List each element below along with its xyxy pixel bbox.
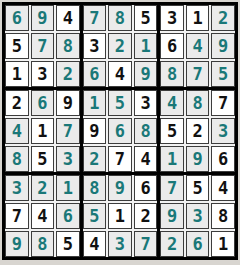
- sudoku-cell-r5c1[interactable]: 4: [5, 118, 29, 144]
- sudoku-cell-r9c6[interactable]: 7: [134, 231, 158, 257]
- sudoku-cell-r3c7[interactable]: 8: [160, 61, 184, 87]
- sudoku-cell-r3c9[interactable]: 5: [211, 61, 235, 87]
- sudoku-cell-r4c8[interactable]: 8: [186, 90, 210, 116]
- sudoku-cell-r9c8[interactable]: 6: [186, 231, 210, 257]
- sudoku-cell-r3c8[interactable]: 7: [186, 61, 210, 87]
- sudoku-box-3: 312649875: [160, 5, 235, 87]
- sudoku-cell-r6c7[interactable]: 1: [160, 146, 184, 172]
- sudoku-cell-r6c3[interactable]: 3: [56, 146, 80, 172]
- sudoku-cell-r7c1[interactable]: 3: [5, 175, 29, 201]
- sudoku-cell-r3c1[interactable]: 1: [5, 61, 29, 87]
- sudoku-cell-r4c5[interactable]: 5: [108, 90, 132, 116]
- sudoku-cell-r9c9[interactable]: 1: [211, 231, 235, 257]
- sudoku-cell-r7c9[interactable]: 4: [211, 175, 235, 201]
- sudoku-cell-r1c6[interactable]: 5: [134, 5, 158, 31]
- sudoku-cell-r5c8[interactable]: 2: [186, 118, 210, 144]
- sudoku-box-1: 694578132: [5, 5, 80, 87]
- sudoku-box-7: 321746985: [5, 175, 80, 257]
- sudoku-cell-r8c1[interactable]: 7: [5, 203, 29, 229]
- sudoku-cell-r7c5[interactable]: 9: [108, 175, 132, 201]
- sudoku-cell-r8c8[interactable]: 3: [186, 203, 210, 229]
- sudoku-cell-r9c5[interactable]: 3: [108, 231, 132, 257]
- sudoku-cell-r5c3[interactable]: 7: [56, 118, 80, 144]
- sudoku-cell-r2c2[interactable]: 7: [31, 33, 55, 59]
- sudoku-cell-r7c8[interactable]: 5: [186, 175, 210, 201]
- sudoku-cell-r2c5[interactable]: 2: [108, 33, 132, 59]
- sudoku-cell-r3c5[interactable]: 4: [108, 61, 132, 87]
- sudoku-cell-r1c8[interactable]: 1: [186, 5, 210, 31]
- sudoku-cell-r2c3[interactable]: 8: [56, 33, 80, 59]
- sudoku-cell-r3c3[interactable]: 2: [56, 61, 80, 87]
- sudoku-cell-r6c5[interactable]: 7: [108, 146, 132, 172]
- sudoku-cell-r1c3[interactable]: 4: [56, 5, 80, 31]
- sudoku-cell-r2c4[interactable]: 3: [83, 33, 107, 59]
- sudoku-box-9: 754938261: [160, 175, 235, 257]
- sudoku-cell-r4c3[interactable]: 9: [56, 90, 80, 116]
- sudoku-cell-r9c7[interactable]: 2: [160, 231, 184, 257]
- sudoku-cell-r7c2[interactable]: 2: [31, 175, 55, 201]
- sudoku-cell-r7c4[interactable]: 8: [83, 175, 107, 201]
- sudoku-cell-r8c7[interactable]: 9: [160, 203, 184, 229]
- sudoku-cell-r8c5[interactable]: 1: [108, 203, 132, 229]
- sudoku-cell-r2c7[interactable]: 6: [160, 33, 184, 59]
- sudoku-cell-r5c9[interactable]: 3: [211, 118, 235, 144]
- sudoku-cell-r6c6[interactable]: 4: [134, 146, 158, 172]
- sudoku-cell-r4c7[interactable]: 4: [160, 90, 184, 116]
- sudoku-cell-r4c6[interactable]: 3: [134, 90, 158, 116]
- sudoku-cell-r8c4[interactable]: 5: [83, 203, 107, 229]
- sudoku-cell-r4c1[interactable]: 2: [5, 90, 29, 116]
- sudoku-cell-r7c3[interactable]: 1: [56, 175, 80, 201]
- sudoku-cell-r6c2[interactable]: 5: [31, 146, 55, 172]
- sudoku-cell-r8c2[interactable]: 4: [31, 203, 55, 229]
- sudoku-cell-r7c7[interactable]: 7: [160, 175, 184, 201]
- sudoku-cell-r4c4[interactable]: 1: [83, 90, 107, 116]
- sudoku-cell-r5c6[interactable]: 8: [134, 118, 158, 144]
- sudoku-cell-r9c4[interactable]: 4: [83, 231, 107, 257]
- sudoku-cell-r6c1[interactable]: 8: [5, 146, 29, 172]
- sudoku-cell-r6c4[interactable]: 2: [83, 146, 107, 172]
- sudoku-board: 6945781327853216493126498752694178531539…: [2, 2, 238, 260]
- sudoku-cell-r2c6[interactable]: 1: [134, 33, 158, 59]
- sudoku-cell-r7c6[interactable]: 6: [134, 175, 158, 201]
- sudoku-cell-r9c1[interactable]: 9: [5, 231, 29, 257]
- sudoku-box-2: 785321649: [83, 5, 158, 87]
- sudoku-box-5: 153968274: [83, 90, 158, 172]
- sudoku-cell-r8c3[interactable]: 6: [56, 203, 80, 229]
- sudoku-cell-r1c1[interactable]: 6: [5, 5, 29, 31]
- sudoku-cell-r3c6[interactable]: 9: [134, 61, 158, 87]
- sudoku-cell-r5c2[interactable]: 1: [31, 118, 55, 144]
- sudoku-cell-r8c6[interactable]: 2: [134, 203, 158, 229]
- sudoku-box-6: 487523196: [160, 90, 235, 172]
- sudoku-cell-r2c9[interactable]: 9: [211, 33, 235, 59]
- sudoku-cell-r5c7[interactable]: 5: [160, 118, 184, 144]
- sudoku-cell-r5c4[interactable]: 9: [83, 118, 107, 144]
- sudoku-cell-r4c2[interactable]: 6: [31, 90, 55, 116]
- sudoku-cell-r8c9[interactable]: 8: [211, 203, 235, 229]
- sudoku-cell-r3c2[interactable]: 3: [31, 61, 55, 87]
- sudoku-box-8: 896512437: [83, 175, 158, 257]
- sudoku-cell-r6c9[interactable]: 6: [211, 146, 235, 172]
- sudoku-cell-r3c4[interactable]: 6: [83, 61, 107, 87]
- sudoku-cell-r2c1[interactable]: 5: [5, 33, 29, 59]
- sudoku-cell-r6c8[interactable]: 9: [186, 146, 210, 172]
- sudoku-cell-r1c2[interactable]: 9: [31, 5, 55, 31]
- sudoku-box-4: 269417853: [5, 90, 80, 172]
- sudoku-cell-r5c5[interactable]: 6: [108, 118, 132, 144]
- sudoku-cell-r9c3[interactable]: 5: [56, 231, 80, 257]
- sudoku-cell-r9c2[interactable]: 8: [31, 231, 55, 257]
- sudoku-cell-r1c7[interactable]: 3: [160, 5, 184, 31]
- sudoku-cell-r4c9[interactable]: 7: [211, 90, 235, 116]
- sudoku-cell-r1c4[interactable]: 7: [83, 5, 107, 31]
- sudoku-cell-r1c5[interactable]: 8: [108, 5, 132, 31]
- sudoku-cell-r1c9[interactable]: 2: [211, 5, 235, 31]
- sudoku-cell-r2c8[interactable]: 4: [186, 33, 210, 59]
